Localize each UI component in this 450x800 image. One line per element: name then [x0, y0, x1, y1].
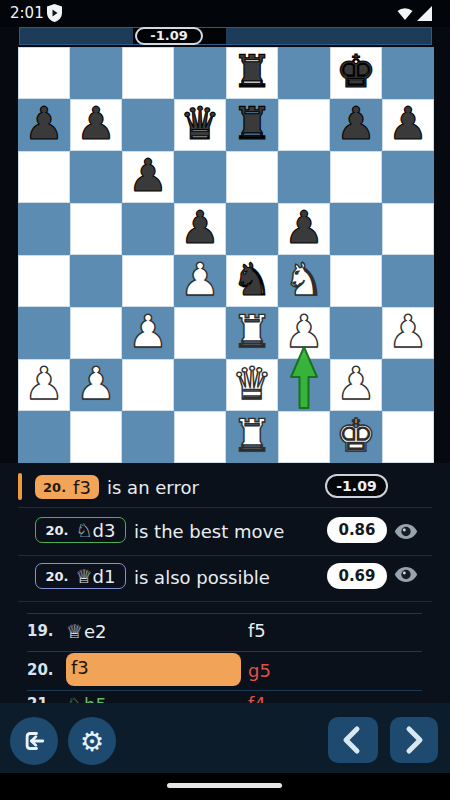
- square-h5[interactable]: [382, 203, 434, 255]
- square-g5[interactable]: [330, 203, 382, 255]
- piece-white-knight: ♞: [278, 254, 330, 306]
- error-accent-bar: [18, 473, 22, 500]
- square-f4[interactable]: ♞: [278, 255, 330, 307]
- white-move: f3: [71, 657, 89, 678]
- square-g4[interactable]: [330, 255, 382, 307]
- square-e2[interactable]: ♛: [226, 359, 278, 411]
- square-a4[interactable]: [18, 255, 70, 307]
- bottom-toolbar: ⚙: [0, 703, 450, 773]
- divider: [18, 555, 432, 556]
- square-c1[interactable]: [122, 411, 174, 463]
- square-b5[interactable]: [70, 203, 122, 255]
- square-f2[interactable]: [278, 359, 330, 411]
- gesture-nav-area: [0, 773, 450, 800]
- square-g6[interactable]: [330, 151, 382, 203]
- square-h6[interactable]: [382, 151, 434, 203]
- piece-black-pawn: ♟: [122, 150, 174, 202]
- piece-black-knight: ♞: [226, 254, 278, 306]
- white-move[interactable]: ♕e2: [66, 620, 107, 642]
- move-san: d3: [93, 520, 116, 541]
- played-move-pill[interactable]: 20. f3: [35, 475, 99, 499]
- gear-icon: ⚙: [80, 728, 104, 755]
- square-f5[interactable]: ♟: [278, 203, 330, 255]
- black-move[interactable]: f4: [248, 693, 266, 703]
- status-bar: 2:01: [0, 0, 450, 27]
- piece-black-pawn: ♟: [278, 202, 330, 254]
- gesture-handle[interactable]: [167, 783, 282, 788]
- move-number: 20.: [43, 480, 66, 495]
- move-number: 20.: [46, 523, 69, 538]
- square-b7[interactable]: ♟: [70, 99, 122, 151]
- piece-black-king: ♚: [330, 46, 382, 98]
- square-a1[interactable]: [18, 411, 70, 463]
- square-c2[interactable]: [122, 359, 174, 411]
- square-a3[interactable]: [18, 307, 70, 359]
- piece-black-pawn: ♟: [382, 98, 434, 150]
- move-list-number: 19.: [27, 622, 54, 640]
- square-b2[interactable]: ♟: [70, 359, 122, 411]
- piece-white-pawn: ♟: [330, 358, 382, 410]
- square-h7[interactable]: ♟: [382, 99, 434, 151]
- move-list-row-21[interactable]: 21. ♘h5 f4: [0, 691, 450, 703]
- piece-black-rook: ♜: [226, 98, 278, 150]
- divider: [18, 601, 432, 602]
- vpn-shield-icon: [47, 4, 62, 22]
- analysis-panel: 20. f3 is an error -1.09 20. ♘ d3 is the…: [0, 463, 450, 703]
- chevron-left-icon: [328, 717, 378, 763]
- piece-white-pawn: ♟: [122, 306, 174, 358]
- square-f7[interactable]: [278, 99, 330, 151]
- piece-white-pawn: ♟: [174, 254, 226, 306]
- move-san: f3: [73, 477, 91, 498]
- square-d2[interactable]: [174, 359, 226, 411]
- square-h3[interactable]: ♟: [382, 307, 434, 359]
- eval-gauge-value: -1.09: [135, 27, 203, 45]
- piece-black-pawn: ♟: [330, 98, 382, 150]
- black-move[interactable]: f5: [248, 620, 266, 641]
- square-e4[interactable]: ♞: [226, 255, 278, 307]
- square-e5[interactable]: [226, 203, 278, 255]
- piece-black-pawn: ♟: [70, 98, 122, 150]
- exit-button[interactable]: [10, 717, 58, 765]
- piece-black-pawn: ♟: [174, 202, 226, 254]
- piece-black-rook: ♜: [226, 46, 278, 98]
- error-label: is an error: [107, 477, 199, 498]
- square-g2[interactable]: ♟: [330, 359, 382, 411]
- square-b8[interactable]: [70, 47, 122, 99]
- square-d7[interactable]: ♛: [174, 99, 226, 151]
- square-a2[interactable]: ♟: [18, 359, 70, 411]
- square-f6[interactable]: [278, 151, 330, 203]
- square-e7[interactable]: ♜: [226, 99, 278, 151]
- square-h2[interactable]: [382, 359, 434, 411]
- square-d4[interactable]: ♟: [174, 255, 226, 307]
- settings-button[interactable]: ⚙: [68, 717, 116, 765]
- piece-white-queen: ♛: [226, 358, 278, 410]
- app-screen: 2:01 -1.09 ♜♚♟♟♛♜♟♟♟♟♟♟♞♞♟♜♟♟♟♟♛♟♜♚: [0, 0, 450, 800]
- square-a8[interactable]: [18, 47, 70, 99]
- clock: 2:01: [10, 4, 44, 22]
- move-number: 20.: [46, 569, 69, 584]
- square-g1[interactable]: ♚: [330, 411, 382, 463]
- eval-badge: -1.09: [325, 474, 388, 498]
- highlighted-move[interactable]: f3: [66, 653, 241, 686]
- square-f8[interactable]: [278, 47, 330, 99]
- square-e8[interactable]: ♜: [226, 47, 278, 99]
- square-a5[interactable]: [18, 203, 70, 255]
- square-h1[interactable]: [382, 411, 434, 463]
- square-c5[interactable]: [122, 203, 174, 255]
- white-queen-glyph: ♕: [76, 565, 93, 587]
- alt-move-pill[interactable]: 20. ♕ d1: [35, 563, 126, 589]
- piece-white-pawn: ♟: [382, 306, 434, 358]
- square-g3[interactable]: [330, 307, 382, 359]
- piece-white-rook: ♜: [226, 306, 278, 358]
- square-d8[interactable]: [174, 47, 226, 99]
- white-knight-glyph: ♘: [76, 519, 93, 541]
- square-c7[interactable]: [122, 99, 174, 151]
- square-e3[interactable]: ♜: [226, 307, 278, 359]
- wifi-icon: [397, 6, 413, 20]
- square-d1[interactable]: [174, 411, 226, 463]
- square-f1[interactable]: [278, 411, 330, 463]
- square-f3[interactable]: ♟: [278, 307, 330, 359]
- move-list-number: 20.: [27, 661, 54, 679]
- square-a7[interactable]: ♟: [18, 99, 70, 151]
- next-move-button[interactable]: [390, 717, 438, 763]
- square-b6[interactable]: [70, 151, 122, 203]
- chess-board-grid[interactable]: ♜♚♟♟♛♜♟♟♟♟♟♟♞♞♟♜♟♟♟♟♛♟♜♚: [18, 47, 434, 463]
- move-list-divider: [27, 613, 422, 614]
- square-b3[interactable]: [70, 307, 122, 359]
- square-h8[interactable]: [382, 47, 434, 99]
- move-san: d1: [93, 566, 116, 587]
- square-e1[interactable]: ♜: [226, 411, 278, 463]
- square-d5[interactable]: ♟: [174, 203, 226, 255]
- black-move[interactable]: g5: [248, 660, 271, 681]
- preview-eye-icon[interactable]: [394, 523, 418, 540]
- piece-white-pawn: ♟: [70, 358, 122, 410]
- best-label: is the best move: [134, 521, 284, 542]
- square-d6[interactable]: [174, 151, 226, 203]
- exit-icon: [19, 726, 49, 756]
- cellular-signal-icon: [416, 6, 432, 21]
- white-queen-glyph: ♕: [66, 620, 83, 642]
- square-b4[interactable]: [70, 255, 122, 307]
- piece-white-pawn: ♟: [18, 358, 70, 410]
- previous-move-button[interactable]: [328, 717, 378, 763]
- divider: [18, 507, 432, 508]
- eval-badge: 0.69: [327, 563, 387, 589]
- piece-black-pawn: ♟: [18, 98, 70, 150]
- square-c8[interactable]: [122, 47, 174, 99]
- square-b1[interactable]: [70, 411, 122, 463]
- chevron-right-icon: [390, 717, 438, 763]
- square-c3[interactable]: ♟: [122, 307, 174, 359]
- eval-gauge[interactable]: -1.09: [19, 27, 432, 45]
- square-e6[interactable]: [226, 151, 278, 203]
- piece-white-king: ♚: [330, 410, 382, 462]
- square-a6[interactable]: [18, 151, 70, 203]
- square-d3[interactable]: [174, 307, 226, 359]
- square-c4[interactable]: [122, 255, 174, 307]
- best-move-pill[interactable]: 20. ♘ d3: [35, 517, 126, 543]
- square-g8[interactable]: ♚: [330, 47, 382, 99]
- preview-eye-icon[interactable]: [394, 566, 418, 583]
- piece-black-queen: ♛: [174, 98, 226, 150]
- square-h4[interactable]: [382, 255, 434, 307]
- move-list-divider: [27, 651, 422, 652]
- white-knight-glyph: ♘: [66, 693, 83, 703]
- piece-white-rook: ♜: [226, 410, 278, 462]
- eval-badge: 0.86: [327, 517, 387, 543]
- possible-label: is also possible: [134, 567, 270, 588]
- piece-white-pawn: ♟: [278, 306, 330, 358]
- white-move[interactable]: ♘h5: [66, 693, 107, 703]
- square-g7[interactable]: ♟: [330, 99, 382, 151]
- move-list-number: 21.: [27, 695, 54, 703]
- square-c6[interactable]: ♟: [122, 151, 174, 203]
